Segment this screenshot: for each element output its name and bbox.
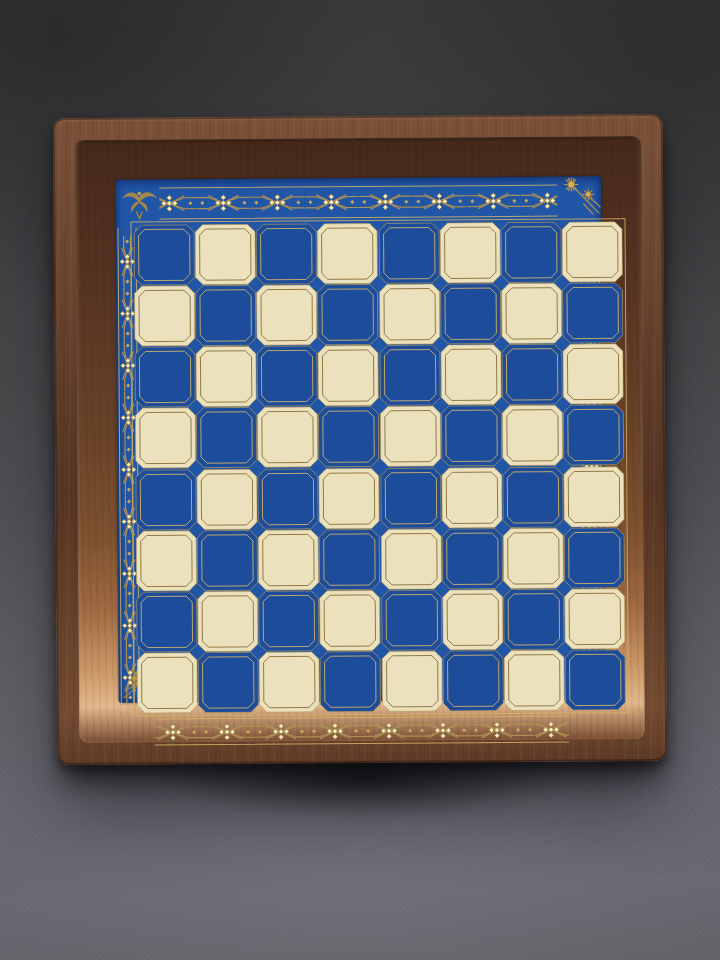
dark-square[interactable] bbox=[440, 283, 502, 345]
light-square[interactable] bbox=[502, 527, 564, 589]
light-square[interactable] bbox=[319, 590, 381, 652]
diamond-cross-chain-icon bbox=[416, 719, 470, 741]
dark-square[interactable] bbox=[195, 285, 257, 347]
light-square[interactable] bbox=[256, 284, 318, 346]
diamond-cross-chain-icon bbox=[155, 721, 200, 743]
dark-square[interactable] bbox=[381, 589, 443, 651]
light-square[interactable] bbox=[564, 588, 626, 650]
eagle-ornament-icon bbox=[118, 181, 160, 219]
light-square[interactable] bbox=[136, 530, 198, 592]
light-square[interactable] bbox=[134, 285, 196, 347]
light-square[interactable] bbox=[135, 408, 197, 470]
photo-background bbox=[0, 0, 720, 960]
dark-square[interactable] bbox=[500, 222, 562, 284]
dark-square[interactable] bbox=[318, 406, 380, 468]
dark-square[interactable] bbox=[564, 649, 626, 711]
dark-square[interactable] bbox=[136, 591, 198, 653]
board-surface bbox=[115, 176, 605, 702]
dark-square[interactable] bbox=[256, 223, 318, 285]
light-square[interactable] bbox=[379, 406, 441, 468]
wooden-frame bbox=[53, 114, 668, 765]
light-square[interactable] bbox=[197, 590, 259, 652]
light-square[interactable] bbox=[317, 223, 379, 285]
dark-square[interactable] bbox=[501, 344, 563, 406]
dark-square[interactable] bbox=[319, 528, 381, 590]
dark-square[interactable] bbox=[133, 224, 195, 286]
ornament-band-bottom bbox=[155, 716, 569, 746]
frame-inner-bevel bbox=[75, 136, 645, 743]
light-square[interactable] bbox=[318, 345, 380, 407]
light-square[interactable] bbox=[196, 468, 258, 530]
light-square[interactable] bbox=[380, 528, 442, 590]
light-square[interactable] bbox=[439, 222, 501, 284]
diamond-cross-chain-icon bbox=[254, 720, 308, 742]
light-square[interactable] bbox=[378, 284, 440, 346]
dark-square[interactable] bbox=[198, 652, 260, 714]
dark-square[interactable] bbox=[258, 590, 320, 652]
dark-square[interactable] bbox=[379, 345, 441, 407]
light-square[interactable] bbox=[258, 529, 320, 591]
light-square[interactable] bbox=[442, 589, 504, 651]
dark-square[interactable] bbox=[197, 529, 259, 591]
dark-square[interactable] bbox=[441, 528, 503, 590]
dark-square[interactable] bbox=[257, 346, 319, 408]
dark-square[interactable] bbox=[442, 650, 504, 712]
dark-square[interactable] bbox=[380, 467, 442, 529]
dark-square[interactable] bbox=[502, 466, 564, 528]
diamond-cross-chain-icon bbox=[250, 191, 304, 213]
dark-square[interactable] bbox=[320, 651, 382, 713]
light-square[interactable] bbox=[503, 649, 565, 711]
diamond-cross-chain-icon bbox=[520, 189, 557, 211]
diamond-cross-chain-icon bbox=[304, 191, 358, 213]
diamond-cross-chain-icon bbox=[470, 718, 524, 740]
dark-square[interactable] bbox=[440, 405, 502, 467]
diamond-cross-chain-icon bbox=[466, 190, 520, 212]
light-square[interactable] bbox=[501, 283, 563, 345]
light-square[interactable] bbox=[441, 467, 503, 529]
diamond-cross-chain-icon bbox=[200, 720, 254, 742]
light-square[interactable] bbox=[195, 346, 257, 408]
dark-square[interactable] bbox=[563, 527, 625, 589]
diamond-cross-chain-icon bbox=[362, 719, 416, 741]
dark-square[interactable] bbox=[196, 407, 258, 469]
light-square[interactable] bbox=[136, 652, 198, 714]
light-square[interactable] bbox=[259, 651, 321, 713]
dark-square[interactable] bbox=[378, 222, 440, 284]
light-square[interactable] bbox=[561, 221, 623, 283]
light-square[interactable] bbox=[563, 466, 625, 528]
diamond-cross-chain-icon bbox=[308, 719, 362, 741]
ornament-band-top bbox=[159, 185, 557, 220]
diamond-cross-chain-icon bbox=[524, 718, 569, 740]
diamond-cross-chain-icon bbox=[412, 190, 466, 212]
sunflower-ornament-icon bbox=[559, 173, 603, 217]
light-square[interactable] bbox=[562, 343, 624, 405]
dark-square[interactable] bbox=[257, 468, 319, 530]
light-square[interactable] bbox=[195, 224, 257, 286]
dark-square[interactable] bbox=[317, 284, 379, 346]
light-square[interactable] bbox=[381, 650, 443, 712]
chess-board bbox=[133, 221, 625, 713]
diamond-cross-chain-icon bbox=[196, 192, 250, 214]
dark-square[interactable] bbox=[562, 282, 624, 344]
light-square[interactable] bbox=[502, 405, 564, 467]
light-square[interactable] bbox=[257, 407, 319, 469]
dark-square[interactable] bbox=[135, 469, 197, 531]
dark-square[interactable] bbox=[563, 405, 625, 467]
diamond-cross-chain-icon bbox=[358, 191, 412, 213]
diamond-cross-chain-icon bbox=[159, 192, 196, 214]
light-square[interactable] bbox=[440, 344, 502, 406]
light-square[interactable] bbox=[319, 467, 381, 529]
dark-square[interactable] bbox=[134, 346, 196, 408]
dark-square[interactable] bbox=[503, 588, 565, 650]
